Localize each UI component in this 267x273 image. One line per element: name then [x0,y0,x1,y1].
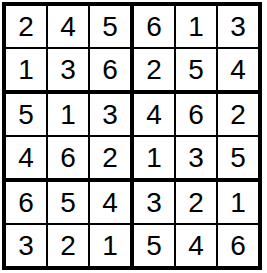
cell-r4c2[interactable]: 6 [48,137,90,182]
cell-r6c1[interactable]: 3 [6,225,48,266]
cell-r1c5[interactable]: 1 [176,6,218,49]
cell-r2c4[interactable]: 2 [134,49,176,94]
cell-r5c4[interactable]: 3 [134,182,176,225]
cell-r3c4[interactable]: 4 [134,94,176,137]
cell-r4c3[interactable]: 2 [90,137,134,182]
cell-r1c2[interactable]: 4 [48,6,90,49]
cell-r6c4[interactable]: 5 [134,225,176,266]
cell-r2c1[interactable]: 1 [6,49,48,94]
cell-r4c4[interactable]: 1 [134,137,176,182]
cell-r6c5[interactable]: 4 [176,225,218,266]
cell-r5c1[interactable]: 6 [6,182,48,225]
cell-r2c2[interactable]: 3 [48,49,90,94]
cell-r4c5[interactable]: 3 [176,137,218,182]
cell-r1c3[interactable]: 5 [90,6,134,49]
cell-r1c6[interactable]: 3 [218,6,258,49]
cell-r3c3[interactable]: 3 [90,94,134,137]
cell-r5c6[interactable]: 1 [218,182,258,225]
cell-r3c5[interactable]: 6 [176,94,218,137]
cell-r4c1[interactable]: 4 [6,137,48,182]
cell-r2c6[interactable]: 4 [218,49,258,94]
cell-r5c2[interactable]: 5 [48,182,90,225]
cell-r5c3[interactable]: 4 [90,182,134,225]
cell-r4c6[interactable]: 5 [218,137,258,182]
cell-r1c4[interactable]: 6 [134,6,176,49]
cell-r6c6[interactable]: 6 [218,225,258,266]
cell-r3c1[interactable]: 5 [6,94,48,137]
cell-r3c6[interactable]: 2 [218,94,258,137]
cell-r6c2[interactable]: 2 [48,225,90,266]
cell-r2c5[interactable]: 5 [176,49,218,94]
cell-r5c5[interactable]: 2 [176,182,218,225]
cell-r2c3[interactable]: 6 [90,49,134,94]
page: 245613136254513462462135654321321546 [0,0,267,273]
cell-r1c1[interactable]: 2 [6,6,48,49]
cell-r6c3[interactable]: 1 [90,225,134,266]
sudoku-board: 245613136254513462462135654321321546 [2,2,262,270]
cell-r3c2[interactable]: 1 [48,94,90,137]
